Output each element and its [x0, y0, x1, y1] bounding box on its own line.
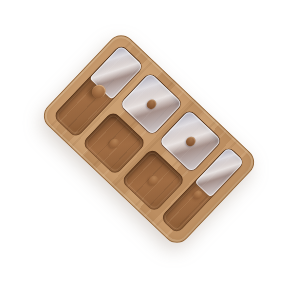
floor-knob: [107, 136, 120, 149]
floor-knob: [147, 174, 160, 187]
tray-shadow-wrapper: [0, 0, 300, 300]
bamboo-tray: [38, 29, 260, 248]
product-photo: Overhead product photo on a white backgr…: [0, 0, 300, 300]
